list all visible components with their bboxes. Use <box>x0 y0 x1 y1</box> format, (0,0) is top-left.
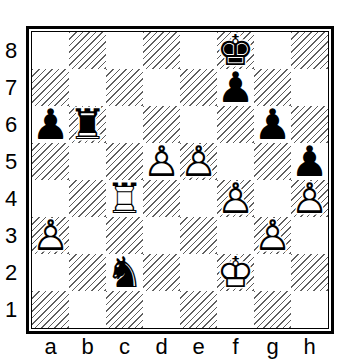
file-label-h: h <box>291 334 328 360</box>
square-c4[interactable]: ♜♖ <box>106 180 143 217</box>
square-c6[interactable] <box>106 106 143 143</box>
rank-labels: 87654321 <box>0 32 22 328</box>
white-pawn[interactable]: ♙ <box>143 143 180 180</box>
white-rook[interactable]: ♖ <box>106 180 143 217</box>
square-c8[interactable] <box>106 32 143 69</box>
white-pawn[interactable]: ♙ <box>254 217 291 254</box>
square-f7[interactable]: ♟♟ <box>217 69 254 106</box>
square-e3[interactable] <box>180 217 217 254</box>
black-pawn[interactable]: ♟ <box>217 69 254 106</box>
square-b4[interactable] <box>69 180 106 217</box>
square-b1[interactable] <box>69 291 106 328</box>
square-b6[interactable]: ♜♜ <box>69 106 106 143</box>
white-pawn[interactable]: ♙ <box>291 180 328 217</box>
rank-label-2: 2 <box>0 254 22 291</box>
board-grid: ♚♚♟♟♟♟♜♜♟♟♟♙♟♙♟♟♜♖♟♙♟♙♟♙♟♙♞♞♚♔ <box>32 32 328 328</box>
square-d8[interactable] <box>143 32 180 69</box>
file-label-a: a <box>32 334 69 360</box>
square-d1[interactable] <box>143 291 180 328</box>
square-b8[interactable] <box>69 32 106 69</box>
square-d7[interactable] <box>143 69 180 106</box>
square-c7[interactable] <box>106 69 143 106</box>
square-h4[interactable]: ♟♙ <box>291 180 328 217</box>
square-h2[interactable] <box>291 254 328 291</box>
file-label-e: e <box>180 334 217 360</box>
chess-diagram: 87654321 ♚♚♟♟♟♟♜♜♟♟♟♙♟♙♟♟♜♖♟♙♟♙♟♙♟♙♞♞♚♔ … <box>0 0 360 360</box>
square-h7[interactable] <box>291 69 328 106</box>
square-g8[interactable] <box>254 32 291 69</box>
square-a6[interactable]: ♟♟ <box>32 106 69 143</box>
square-b2[interactable] <box>69 254 106 291</box>
square-c2[interactable]: ♞♞ <box>106 254 143 291</box>
white-pawn[interactable]: ♙ <box>217 180 254 217</box>
file-label-b: b <box>69 334 106 360</box>
square-a3[interactable]: ♟♙ <box>32 217 69 254</box>
square-h1[interactable] <box>291 291 328 328</box>
white-king[interactable]: ♔ <box>217 254 254 291</box>
square-h8[interactable] <box>291 32 328 69</box>
square-e2[interactable] <box>180 254 217 291</box>
file-label-c: c <box>106 334 143 360</box>
rank-label-8: 8 <box>0 32 22 69</box>
rank-label-5: 5 <box>0 143 22 180</box>
rank-label-4: 4 <box>0 180 22 217</box>
rank-label-3: 3 <box>0 217 22 254</box>
square-f4[interactable]: ♟♙ <box>217 180 254 217</box>
white-pawn[interactable]: ♙ <box>32 217 69 254</box>
file-label-g: g <box>254 334 291 360</box>
square-b3[interactable] <box>69 217 106 254</box>
square-d5[interactable]: ♟♙ <box>143 143 180 180</box>
board-frame: ♚♚♟♟♟♟♜♜♟♟♟♙♟♙♟♟♜♖♟♙♟♙♟♙♟♙♞♞♚♔ <box>26 26 334 334</box>
square-g6[interactable]: ♟♟ <box>254 106 291 143</box>
rank-label-6: 6 <box>0 106 22 143</box>
file-labels: abcdefgh <box>32 334 328 358</box>
square-a8[interactable] <box>32 32 69 69</box>
square-a1[interactable] <box>32 291 69 328</box>
file-label-d: d <box>143 334 180 360</box>
rank-label-1: 1 <box>0 291 22 328</box>
black-rook[interactable]: ♜ <box>69 106 106 143</box>
rank-label-7: 7 <box>0 69 22 106</box>
white-pawn[interactable]: ♙ <box>180 143 217 180</box>
square-e1[interactable] <box>180 291 217 328</box>
square-g3[interactable]: ♟♙ <box>254 217 291 254</box>
board-inner-border: ♚♚♟♟♟♟♜♜♟♟♟♙♟♙♟♟♜♖♟♙♟♙♟♙♟♙♞♞♚♔ <box>31 31 329 329</box>
black-pawn[interactable]: ♟ <box>254 106 291 143</box>
black-knight[interactable]: ♞ <box>106 254 143 291</box>
square-g1[interactable] <box>254 291 291 328</box>
square-f2[interactable]: ♚♔ <box>217 254 254 291</box>
square-d2[interactable] <box>143 254 180 291</box>
black-pawn[interactable]: ♟ <box>32 106 69 143</box>
square-d3[interactable] <box>143 217 180 254</box>
file-label-f: f <box>217 334 254 360</box>
square-e7[interactable] <box>180 69 217 106</box>
square-e5[interactable]: ♟♙ <box>180 143 217 180</box>
square-e8[interactable] <box>180 32 217 69</box>
